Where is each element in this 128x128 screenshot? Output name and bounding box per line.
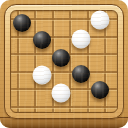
cell bbox=[18, 89, 36, 107]
black-stone-glyph: ● bbox=[52, 49, 70, 67]
cell bbox=[105, 54, 117, 72]
cell bbox=[53, 107, 71, 113]
board-surface: ●○●○●○●○● bbox=[10, 10, 118, 113]
cell: ● bbox=[35, 37, 53, 55]
cell: ○ bbox=[53, 89, 71, 107]
white-stone-glyph: ○ bbox=[32, 66, 51, 85]
black-stone-glyph: ● bbox=[13, 14, 31, 32]
black-stone: ● bbox=[13, 14, 31, 32]
cell bbox=[88, 54, 106, 72]
black-stone-glyph: ● bbox=[33, 31, 51, 49]
cell bbox=[88, 37, 106, 55]
cell bbox=[105, 89, 117, 107]
board-rim: ●○●○●○●○● bbox=[4, 4, 124, 119]
cell: ○ bbox=[70, 37, 88, 55]
white-stone: ○ bbox=[52, 83, 71, 102]
cell bbox=[105, 19, 117, 37]
cell bbox=[105, 37, 117, 55]
cell: ○ bbox=[35, 72, 53, 90]
black-stone: ● bbox=[33, 31, 51, 49]
cell bbox=[35, 11, 53, 19]
cell bbox=[70, 11, 88, 19]
cell: ● bbox=[53, 54, 71, 72]
cell bbox=[70, 107, 88, 113]
cell: ● bbox=[70, 72, 88, 90]
cell bbox=[70, 89, 88, 107]
black-stone: ● bbox=[52, 49, 70, 67]
cell: ● bbox=[88, 89, 106, 107]
cell bbox=[35, 89, 53, 107]
white-stone: ○ bbox=[32, 66, 51, 85]
cell bbox=[35, 107, 53, 113]
cell bbox=[53, 19, 71, 37]
stone-grid: ●○●○●○●○● bbox=[11, 11, 117, 112]
screenshot: ●○●○●○●○● bbox=[0, 0, 128, 128]
white-stone-glyph: ○ bbox=[52, 83, 71, 102]
cell bbox=[18, 107, 36, 113]
cell bbox=[53, 11, 71, 19]
cell bbox=[105, 107, 117, 113]
gomoku-app-icon[interactable]: ●○●○●○●○● bbox=[0, 0, 128, 128]
cell bbox=[88, 107, 106, 113]
board-inner: ●○●○●○●○● bbox=[11, 11, 117, 112]
